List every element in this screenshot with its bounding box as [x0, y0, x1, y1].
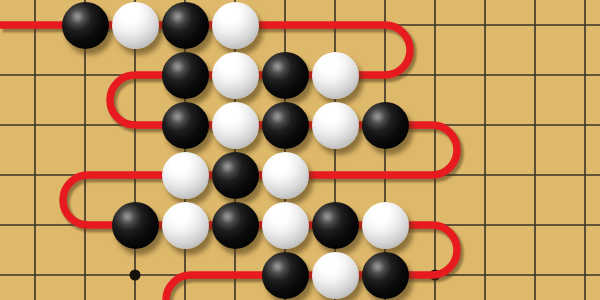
white-stone: [112, 2, 159, 49]
black-stone: [262, 252, 309, 299]
white-stone: [212, 2, 259, 49]
black-stone: [262, 52, 309, 99]
white-stone: [362, 202, 409, 249]
white-stone: [162, 202, 209, 249]
black-stone: [162, 102, 209, 149]
white-stone: [212, 52, 259, 99]
black-stone: [362, 252, 409, 299]
white-stone: [262, 152, 309, 199]
black-stone: [162, 52, 209, 99]
stones-layer: [0, 0, 600, 300]
black-stone: [212, 152, 259, 199]
go-board-diagram: [0, 0, 600, 300]
white-stone: [162, 152, 209, 199]
black-stone: [212, 202, 259, 249]
white-stone: [312, 52, 359, 99]
white-stone: [212, 102, 259, 149]
black-stone: [162, 2, 209, 49]
white-stone: [262, 202, 309, 249]
black-stone: [312, 202, 359, 249]
white-stone: [312, 102, 359, 149]
black-stone: [62, 2, 109, 49]
black-stone: [112, 202, 159, 249]
white-stone: [312, 252, 359, 299]
black-stone: [262, 102, 309, 149]
black-stone: [362, 102, 409, 149]
